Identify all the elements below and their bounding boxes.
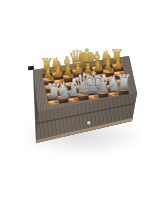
piece-white-pawn-h2: ♟: [113, 57, 123, 70]
pieces-layer: ♜♞♝♛♚♝♞♜♟♟♟♟♟♟♟♟♟♟♟♟♟♟♟♟♜♞♝♛♚♝♞♜: [0, 0, 160, 200]
piece-white-pawn-b2: ♟: [53, 66, 63, 79]
piece-white-pawn-a2: ♟: [43, 67, 53, 80]
piece-black-rook-h8: ♜: [115, 72, 132, 94]
chess-set-photo: ♜♞♝♛♚♝♞♜♟♟♟♟♟♟♟♟♟♟♟♟♟♟♟♟♜♞♝♛♚♝♞♜: [0, 0, 160, 200]
